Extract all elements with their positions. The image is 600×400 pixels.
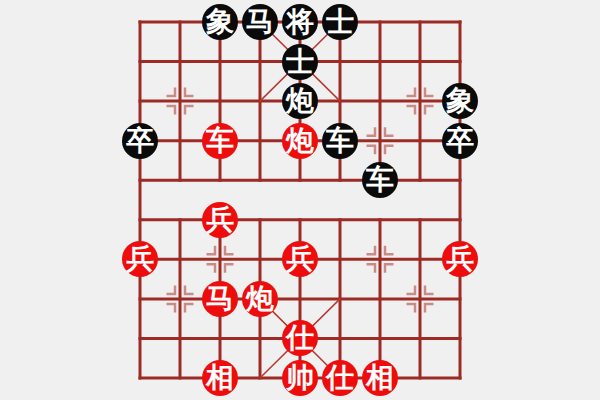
intersection[interactable]	[320, 200, 360, 240]
intersection[interactable]	[160, 240, 200, 280]
intersection[interactable]	[240, 240, 280, 280]
intersection[interactable]	[400, 200, 440, 240]
intersection[interactable]	[280, 160, 320, 200]
intersection[interactable]	[440, 358, 480, 398]
intersection[interactable]	[240, 42, 280, 82]
red-chariot-piece[interactable]: 车	[202, 123, 238, 159]
black-horse-piece[interactable]: 马	[242, 4, 278, 40]
intersection[interactable]	[160, 42, 200, 82]
intersection[interactable]: 卒	[440, 121, 480, 161]
intersection[interactable]: 马	[200, 279, 240, 319]
intersection[interactable]: 卒	[120, 121, 160, 161]
red-horse-piece[interactable]: 马	[202, 281, 238, 317]
intersection[interactable]	[120, 81, 160, 121]
intersection[interactable]	[320, 160, 360, 200]
red-cannon-piece[interactable]: 炮	[242, 281, 278, 317]
intersection[interactable]	[120, 160, 160, 200]
intersection[interactable]: 将	[280, 2, 320, 42]
black-advisor-piece[interactable]: 士	[322, 4, 358, 40]
intersection[interactable]	[360, 2, 400, 42]
black-elephant-piece[interactable]: 象	[442, 83, 478, 119]
red-elephant-piece[interactable]: 相	[202, 360, 238, 396]
black-soldier-piece[interactable]: 卒	[442, 123, 478, 159]
intersection[interactable]: 相	[200, 358, 240, 398]
black-advisor-piece[interactable]: 士	[282, 44, 318, 80]
intersection[interactable]	[320, 279, 360, 319]
red-general-piece[interactable]: 帅	[282, 360, 318, 396]
red-cannon-piece[interactable]: 炮	[282, 123, 318, 159]
intersection[interactable]: 仕	[280, 319, 320, 359]
intersection[interactable]	[320, 42, 360, 82]
intersection[interactable]	[320, 319, 360, 359]
intersection[interactable]: 士	[320, 2, 360, 42]
intersection[interactable]: 象	[440, 81, 480, 121]
intersection[interactable]	[120, 279, 160, 319]
intersection[interactable]	[440, 279, 480, 319]
black-soldier-piece[interactable]: 卒	[122, 123, 158, 159]
intersection[interactable]	[360, 279, 400, 319]
intersection[interactable]	[120, 358, 160, 398]
intersection[interactable]	[400, 279, 440, 319]
black-general-piece[interactable]: 将	[282, 4, 318, 40]
xiangqi-board: 象马将士士炮象卒车炮车卒车兵兵兵兵马炮仕相帅仕相	[120, 2, 480, 398]
intersection[interactable]: 炮	[280, 81, 320, 121]
intersection[interactable]	[440, 42, 480, 82]
intersection[interactable]: 车	[320, 121, 360, 161]
intersection[interactable]	[440, 319, 480, 359]
intersection[interactable]: 兵	[200, 200, 240, 240]
intersection[interactable]	[400, 160, 440, 200]
intersection[interactable]: 炮	[280, 121, 320, 161]
intersection[interactable]	[440, 200, 480, 240]
red-advisor-piece[interactable]: 仕	[282, 320, 318, 356]
intersection[interactable]: 仕	[320, 358, 360, 398]
intersection[interactable]	[320, 240, 360, 280]
intersection[interactable]: 马	[240, 2, 280, 42]
intersection[interactable]	[240, 358, 280, 398]
intersection[interactable]	[160, 81, 200, 121]
red-soldier-piece[interactable]: 兵	[282, 241, 318, 277]
intersection[interactable]	[440, 160, 480, 200]
intersection[interactable]	[200, 160, 240, 200]
intersection[interactable]	[400, 42, 440, 82]
red-soldier-piece[interactable]: 兵	[122, 241, 158, 277]
intersection[interactable]	[240, 81, 280, 121]
intersection[interactable]	[120, 2, 160, 42]
intersection[interactable]	[440, 2, 480, 42]
black-chariot-piece[interactable]: 车	[362, 162, 398, 198]
intersection[interactable]	[200, 240, 240, 280]
red-soldier-piece[interactable]: 兵	[202, 202, 238, 238]
intersection[interactable]	[120, 200, 160, 240]
intersection[interactable]	[240, 319, 280, 359]
intersection[interactable]: 象	[200, 2, 240, 42]
intersection[interactable]	[240, 200, 280, 240]
intersection[interactable]	[400, 2, 440, 42]
intersection[interactable]	[400, 121, 440, 161]
intersection[interactable]	[320, 81, 360, 121]
intersection[interactable]	[120, 319, 160, 359]
intersection[interactable]	[360, 200, 400, 240]
intersection[interactable]	[360, 240, 400, 280]
intersection[interactable]	[360, 121, 400, 161]
intersection[interactable]	[160, 358, 200, 398]
intersection[interactable]	[160, 160, 200, 200]
intersection[interactable]	[240, 121, 280, 161]
red-advisor-piece[interactable]: 仕	[322, 360, 358, 396]
app-background: 象马将士士炮象卒车炮车卒车兵兵兵兵马炮仕相帅仕相	[0, 0, 600, 400]
intersection[interactable]	[160, 319, 200, 359]
intersection[interactable]: 车	[360, 160, 400, 200]
red-soldier-piece[interactable]: 兵	[442, 241, 478, 277]
intersection[interactable]	[280, 279, 320, 319]
intersection[interactable]	[200, 319, 240, 359]
intersection[interactable]	[360, 42, 400, 82]
intersection[interactable]	[400, 319, 440, 359]
intersection[interactable]: 兵	[440, 240, 480, 280]
black-elephant-piece[interactable]: 象	[202, 4, 238, 40]
intersection[interactable]	[160, 2, 200, 42]
intersection[interactable]	[160, 200, 200, 240]
intersection[interactable]	[200, 42, 240, 82]
intersection[interactable]: 炮	[240, 279, 280, 319]
intersection[interactable]	[160, 279, 200, 319]
red-elephant-piece[interactable]: 相	[362, 360, 398, 396]
intersection[interactable]	[400, 240, 440, 280]
intersection[interactable]	[400, 81, 440, 121]
intersection[interactable]: 车	[200, 121, 240, 161]
intersection[interactable]	[240, 160, 280, 200]
intersection[interactable]: 帅	[280, 358, 320, 398]
intersection[interactable]: 士	[280, 42, 320, 82]
intersection[interactable]	[160, 121, 200, 161]
intersection[interactable]	[360, 81, 400, 121]
intersection[interactable]	[360, 319, 400, 359]
intersection[interactable]	[200, 81, 240, 121]
black-cannon-piece[interactable]: 炮	[282, 83, 318, 119]
intersection[interactable]: 兵	[120, 240, 160, 280]
intersection[interactable]	[120, 42, 160, 82]
intersection[interactable]	[280, 200, 320, 240]
black-chariot-piece[interactable]: 车	[322, 123, 358, 159]
intersection[interactable]	[400, 358, 440, 398]
intersection[interactable]: 兵	[280, 240, 320, 280]
intersection[interactable]: 相	[360, 358, 400, 398]
